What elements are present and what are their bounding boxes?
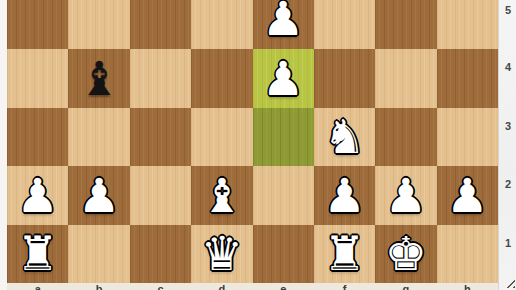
page: ♟♝♟♞♟♟♝♟♟♟♜♛♜♚ abcdefgh 54321 [0,0,516,290]
square-h2[interactable]: ♟ [437,166,498,225]
square-e3[interactable] [253,108,314,167]
square-c5[interactable] [130,0,191,49]
square-e2[interactable] [253,166,314,225]
square-a4[interactable] [7,49,68,108]
square-b1[interactable] [68,225,129,284]
rank-label-1: 1 [499,237,516,249]
rank-coordinates: 54321 [498,0,516,290]
file-label-d: d [191,283,252,290]
square-f2[interactable]: ♟ [314,166,375,225]
square-f1[interactable]: ♜ [314,225,375,284]
square-g2[interactable]: ♟ [375,166,436,225]
file-label-h: h [437,283,498,290]
square-f3[interactable]: ♞ [314,108,375,167]
piece-white-rook[interactable]: ♜ [314,225,375,284]
square-a2[interactable]: ♟ [7,166,68,225]
piece-white-rook[interactable]: ♜ [7,225,68,284]
square-e4[interactable]: ♟ [253,49,314,108]
square-b4[interactable]: ♝ [68,49,129,108]
square-h5[interactable] [437,0,498,49]
square-g5[interactable] [375,0,436,49]
piece-white-pawn[interactable]: ♟ [253,0,314,47]
file-label-e: e [253,283,314,290]
square-c1[interactable] [130,225,191,284]
square-h4[interactable] [437,49,498,108]
square-a5[interactable] [7,0,68,49]
square-b5[interactable] [68,0,129,49]
square-d5[interactable] [191,0,252,49]
file-label-c: c [130,283,191,290]
piece-white-pawn[interactable]: ♟ [68,166,129,225]
board: ♟♝♟♞♟♟♝♟♟♟♜♛♜♚ [7,0,499,283]
piece-white-pawn[interactable]: ♟ [314,166,375,225]
square-b2[interactable]: ♟ [68,166,129,225]
piece-white-bishop[interactable]: ♝ [191,166,252,225]
file-label-f: f [314,283,375,290]
square-g3[interactable] [375,108,436,167]
square-h3[interactable] [437,108,498,167]
square-c2[interactable] [130,166,191,225]
rank-label-4: 4 [499,61,516,73]
square-f5[interactable] [314,0,375,49]
rank-label-3: 3 [499,120,516,132]
square-a3[interactable] [7,108,68,167]
file-label-a: a [7,283,68,290]
square-c4[interactable] [130,49,191,108]
square-e5[interactable]: ♟ [253,0,314,49]
piece-white-knight[interactable]: ♞ [314,108,375,167]
square-g1[interactable]: ♚ [375,225,436,284]
piece-white-pawn[interactable]: ♟ [7,166,68,225]
square-h1[interactable] [437,225,498,284]
file-coordinates: abcdefgh [7,283,498,290]
rank-label-2: 2 [499,178,516,190]
left-margin [0,0,7,290]
piece-white-queen[interactable]: ♛ [191,225,252,284]
square-a1[interactable]: ♜ [7,225,68,284]
square-c3[interactable] [130,108,191,167]
file-label-b: b [68,283,129,290]
square-d2[interactable]: ♝ [191,166,252,225]
piece-white-pawn[interactable]: ♟ [253,49,314,108]
piece-black-bishop[interactable]: ♝ [68,49,129,108]
square-d3[interactable] [191,108,252,167]
square-f4[interactable] [314,49,375,108]
rank-label-5: 5 [499,4,516,16]
square-g4[interactable] [375,49,436,108]
square-e1[interactable] [253,225,314,284]
square-b3[interactable] [68,108,129,167]
piece-white-pawn[interactable]: ♟ [375,166,436,225]
file-label-g: g [375,283,436,290]
piece-white-king[interactable]: ♚ [375,225,436,284]
piece-white-pawn[interactable]: ♟ [437,166,498,225]
square-d4[interactable] [191,49,252,108]
square-d1[interactable]: ♛ [191,225,252,284]
